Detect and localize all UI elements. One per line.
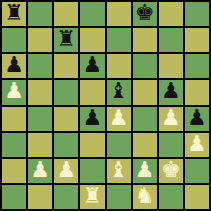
black-pawn-piece[interactable]: ♟ (83, 107, 103, 129)
square-c3[interactable] (54, 133, 78, 157)
square-h4[interactable]: ♟ (185, 107, 209, 131)
square-d7[interactable] (80, 28, 104, 52)
white-pawn-piece[interactable]: ♟ (30, 159, 50, 181)
white-pawn-piece[interactable]: ♟ (109, 107, 129, 129)
square-c6[interactable] (54, 54, 78, 78)
square-c1[interactable] (54, 185, 78, 209)
square-d8[interactable] (80, 2, 104, 26)
square-e6[interactable] (107, 54, 131, 78)
square-f3[interactable] (133, 133, 157, 157)
square-b7[interactable] (28, 28, 52, 52)
square-f8[interactable]: ♚ (133, 2, 157, 26)
square-d1[interactable]: ♜ (80, 185, 104, 209)
square-e8[interactable] (107, 2, 131, 26)
square-b5[interactable] (28, 80, 52, 104)
square-b4[interactable] (28, 107, 52, 131)
square-f4[interactable] (133, 107, 157, 131)
square-f7[interactable] (133, 28, 157, 52)
white-rook-piece[interactable]: ♜ (83, 185, 103, 207)
square-d6[interactable]: ♟ (80, 54, 104, 78)
square-f1[interactable]: ♞ (133, 185, 157, 209)
square-h7[interactable] (185, 28, 209, 52)
square-g6[interactable] (159, 54, 183, 78)
square-a2[interactable] (2, 159, 26, 183)
black-pawn-piece[interactable]: ♟ (4, 54, 24, 76)
square-b6[interactable] (28, 54, 52, 78)
square-c7[interactable]: ♜ (54, 28, 78, 52)
square-e4[interactable]: ♟ (107, 107, 131, 131)
square-h5[interactable] (185, 80, 209, 104)
square-d2[interactable] (80, 159, 104, 183)
square-d4[interactable]: ♟ (80, 107, 104, 131)
square-b8[interactable] (28, 2, 52, 26)
square-g4[interactable]: ♟ (159, 107, 183, 131)
square-g7[interactable] (159, 28, 183, 52)
black-rook-piece[interactable]: ♜ (4, 2, 24, 24)
white-pawn-piece[interactable]: ♟ (161, 107, 181, 129)
white-pawn-piece[interactable]: ♟ (187, 133, 207, 155)
square-a5[interactable]: ♟ (2, 80, 26, 104)
square-a8[interactable]: ♜ (2, 2, 26, 26)
white-pawn-piece[interactable]: ♟ (4, 80, 24, 102)
square-h1[interactable] (185, 185, 209, 209)
black-pawn-piece[interactable]: ♟ (161, 80, 181, 102)
square-b2[interactable]: ♟ (28, 159, 52, 183)
black-pawn-piece[interactable]: ♟ (83, 54, 103, 76)
square-f6[interactable] (133, 54, 157, 78)
square-b3[interactable] (28, 133, 52, 157)
black-bishop-piece[interactable]: ♝ (109, 80, 129, 102)
square-g1[interactable] (159, 185, 183, 209)
square-a4[interactable] (2, 107, 26, 131)
square-h3[interactable]: ♟ (185, 133, 209, 157)
square-a6[interactable]: ♟ (2, 54, 26, 78)
square-a7[interactable] (2, 28, 26, 52)
square-d5[interactable] (80, 80, 104, 104)
square-e7[interactable] (107, 28, 131, 52)
square-c8[interactable] (54, 2, 78, 26)
white-knight-piece[interactable]: ♞ (135, 185, 155, 207)
square-e2[interactable]: ♝ (107, 159, 131, 183)
square-d3[interactable] (80, 133, 104, 157)
square-g8[interactable] (159, 2, 183, 26)
square-e1[interactable] (107, 185, 131, 209)
white-pawn-piece[interactable]: ♟ (56, 159, 76, 181)
square-f2[interactable]: ♟ (133, 159, 157, 183)
square-a1[interactable] (2, 185, 26, 209)
square-c4[interactable] (54, 107, 78, 131)
square-h6[interactable] (185, 54, 209, 78)
square-c5[interactable] (54, 80, 78, 104)
square-g2[interactable]: ♚ (159, 159, 183, 183)
square-c2[interactable]: ♟ (54, 159, 78, 183)
square-a3[interactable] (2, 133, 26, 157)
black-pawn-piece[interactable]: ♟ (187, 107, 207, 129)
chess-board: ♜♚♜♟♟♟♝♟♟♟♟♟♟♟♟♝♟♚♜♞ (0, 0, 211, 211)
white-pawn-piece[interactable]: ♟ (135, 159, 155, 181)
black-rook-piece[interactable]: ♜ (56, 28, 76, 50)
square-g5[interactable]: ♟ (159, 80, 183, 104)
square-g3[interactable] (159, 133, 183, 157)
square-h8[interactable] (185, 2, 209, 26)
square-b1[interactable] (28, 185, 52, 209)
square-e5[interactable]: ♝ (107, 80, 131, 104)
square-f5[interactable] (133, 80, 157, 104)
square-h2[interactable] (185, 159, 209, 183)
black-king-piece[interactable]: ♚ (135, 2, 155, 24)
white-bishop-piece[interactable]: ♝ (109, 159, 129, 181)
square-e3[interactable] (107, 133, 131, 157)
white-king-piece[interactable]: ♚ (161, 159, 181, 181)
